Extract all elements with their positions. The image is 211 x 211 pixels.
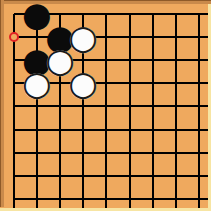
- board-intersection: [141, 188, 164, 209]
- board-intersection: [164, 164, 187, 187]
- board-intersection: [164, 118, 187, 141]
- board-intersection: [188, 48, 209, 71]
- board-intersection: [164, 141, 187, 164]
- board-intersection: [118, 25, 141, 48]
- board-intersection: [2, 141, 25, 164]
- board-intersection: [118, 164, 141, 187]
- board-intersection: [72, 118, 95, 141]
- board-intersection: [48, 188, 71, 209]
- board-intersection: [95, 48, 118, 71]
- board-intersection: [141, 118, 164, 141]
- board-intersection: [118, 118, 141, 141]
- board-intersection: [118, 48, 141, 71]
- board-intersection: [95, 25, 118, 48]
- board-intersection: [118, 95, 141, 118]
- board-intersection: [164, 95, 187, 118]
- board-intersection: [164, 188, 187, 209]
- board-intersection: [141, 2, 164, 25]
- board-intersection: [48, 118, 71, 141]
- board-intersection: [141, 141, 164, 164]
- board-intersection: [95, 2, 118, 25]
- board-intersection: [118, 141, 141, 164]
- board-intersection: [188, 2, 209, 25]
- board-intersection: [95, 118, 118, 141]
- board-intersection: [25, 188, 48, 209]
- board-intersection: [188, 118, 209, 141]
- circle-marker-icon: [9, 32, 19, 42]
- board-intersection: [95, 188, 118, 209]
- board-intersection: [95, 72, 118, 95]
- board-intersection: [188, 72, 209, 95]
- board-intersection: [118, 2, 141, 25]
- board-intersection: ●○: [25, 72, 48, 95]
- board-intersection: [188, 141, 209, 164]
- board-intersection: [25, 118, 48, 141]
- board-intersection: [188, 95, 209, 118]
- board-intersection: [48, 164, 71, 187]
- white-stone: ●○: [25, 72, 48, 95]
- board-border-top: [0, 0, 211, 4]
- board-intersection: [118, 72, 141, 95]
- go-board-diagram: ●●●○●●○●○●○: [0, 0, 211, 211]
- white-stone: ●○: [72, 25, 95, 48]
- board-intersection: [164, 2, 187, 25]
- board-intersection: [188, 25, 209, 48]
- board-intersection: [2, 164, 25, 187]
- board-intersection: [188, 164, 209, 187]
- board-border-left: [0, 0, 4, 207]
- board-intersection: [95, 95, 118, 118]
- board-intersection: [48, 141, 71, 164]
- board-intersection: [141, 25, 164, 48]
- board-intersection: [72, 164, 95, 187]
- board-intersection: [72, 141, 95, 164]
- board-intersection: [141, 95, 164, 118]
- board-intersection: [164, 48, 187, 71]
- board-intersection: [164, 25, 187, 48]
- board-intersection: [72, 188, 95, 209]
- board-intersection: ●○: [72, 25, 95, 48]
- board-intersection: [164, 72, 187, 95]
- board-intersection: [141, 72, 164, 95]
- board-intersection: [2, 188, 25, 209]
- board-intersection: [188, 188, 209, 209]
- board-intersection: [95, 141, 118, 164]
- board-intersection: [141, 48, 164, 71]
- board-intersection: [25, 141, 48, 164]
- board-intersection: [95, 164, 118, 187]
- board-intersection: [25, 164, 48, 187]
- board-intersection: [141, 164, 164, 187]
- white-stone: ●○: [72, 72, 95, 95]
- board-intersection: [2, 118, 25, 141]
- go-board: ●●●○●●○●○●○: [0, 0, 208, 208]
- board-grid: ●●●○●●○●○●○: [2, 2, 208, 208]
- board-intersection: [118, 188, 141, 209]
- board-intersection: ●○: [72, 72, 95, 95]
